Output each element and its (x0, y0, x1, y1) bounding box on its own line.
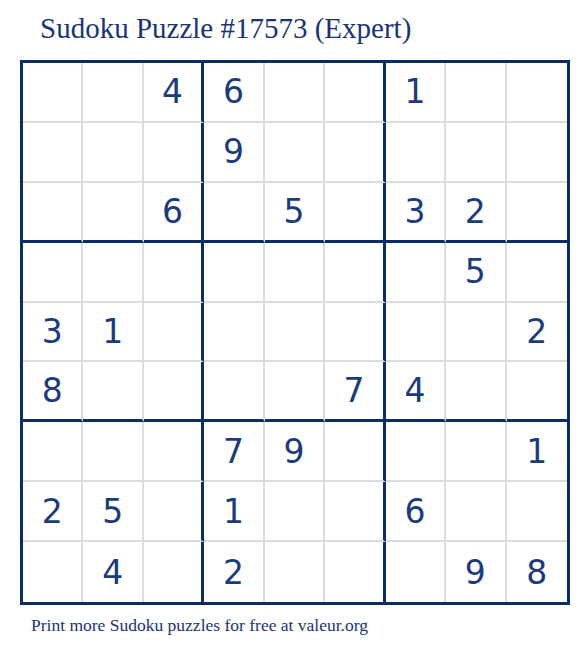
footer-text: Print more Sudoku puzzles for free at va… (31, 615, 368, 636)
cell-r4c3 (144, 243, 204, 303)
cell-r7c9: 1 (507, 422, 567, 482)
cell-r7c4: 7 (204, 422, 264, 482)
cell-r8c5 (265, 482, 325, 542)
cell-r7c1 (23, 422, 83, 482)
cell-r3c4 (204, 183, 264, 243)
cell-r9c1 (23, 542, 83, 602)
cell-r2c7 (386, 123, 446, 183)
cell-r8c1: 2 (23, 482, 83, 542)
cell-r5c8 (446, 303, 506, 363)
cell-r2c8 (446, 123, 506, 183)
sudoku-board: 46196532531287479125164298 (20, 60, 570, 605)
cell-r3c2 (83, 183, 143, 243)
cell-r8c3 (144, 482, 204, 542)
cell-r7c2 (83, 422, 143, 482)
cell-r2c5 (265, 123, 325, 183)
cell-r4c9 (507, 243, 567, 303)
cell-r7c8 (446, 422, 506, 482)
cell-r9c4: 2 (204, 542, 264, 602)
cell-r8c9 (507, 482, 567, 542)
cell-r8c4: 1 (204, 482, 264, 542)
cell-r6c5 (265, 362, 325, 422)
sudoku-page: Sudoku Puzzle #17573 (Expert) 4619653253… (0, 0, 580, 651)
cell-r4c7 (386, 243, 446, 303)
cell-r2c9 (507, 123, 567, 183)
cell-r9c2: 4 (83, 542, 143, 602)
cell-r7c6 (325, 422, 385, 482)
cell-r4c2 (83, 243, 143, 303)
cell-r7c3 (144, 422, 204, 482)
cell-r8c8 (446, 482, 506, 542)
cell-r8c2: 5 (83, 482, 143, 542)
cell-r6c9 (507, 362, 567, 422)
cell-r9c7 (386, 542, 446, 602)
cell-r4c1 (23, 243, 83, 303)
cell-r2c1 (23, 123, 83, 183)
cell-r2c6 (325, 123, 385, 183)
cell-r6c3 (144, 362, 204, 422)
cell-r6c1: 8 (23, 362, 83, 422)
cell-r3c3: 6 (144, 183, 204, 243)
cell-r4c8: 5 (446, 243, 506, 303)
cell-r8c7: 6 (386, 482, 446, 542)
cell-r4c6 (325, 243, 385, 303)
cell-r6c4 (204, 362, 264, 422)
cell-r1c1 (23, 63, 83, 123)
cell-r5c9: 2 (507, 303, 567, 363)
cell-r6c7: 4 (386, 362, 446, 422)
cell-r2c2 (83, 123, 143, 183)
cell-r5c5 (265, 303, 325, 363)
cell-r3c6 (325, 183, 385, 243)
cell-r6c8 (446, 362, 506, 422)
cell-r1c6 (325, 63, 385, 123)
cell-r5c6 (325, 303, 385, 363)
cell-r8c6 (325, 482, 385, 542)
cell-r5c1: 3 (23, 303, 83, 363)
cell-r9c5 (265, 542, 325, 602)
cell-r2c3 (144, 123, 204, 183)
cell-r9c8: 9 (446, 542, 506, 602)
cell-r1c3: 4 (144, 63, 204, 123)
cell-r9c3 (144, 542, 204, 602)
cell-r7c5: 9 (265, 422, 325, 482)
cell-r5c3 (144, 303, 204, 363)
cell-r4c5 (265, 243, 325, 303)
cell-r3c1 (23, 183, 83, 243)
cell-r4c4 (204, 243, 264, 303)
cell-r6c6: 7 (325, 362, 385, 422)
cell-r5c7 (386, 303, 446, 363)
cell-r3c8: 2 (446, 183, 506, 243)
cell-r3c7: 3 (386, 183, 446, 243)
cell-r1c7: 1 (386, 63, 446, 123)
cell-r5c4 (204, 303, 264, 363)
cell-r2c4: 9 (204, 123, 264, 183)
cell-r3c9 (507, 183, 567, 243)
cell-r1c9 (507, 63, 567, 123)
cell-r5c2: 1 (83, 303, 143, 363)
cell-r9c9: 8 (507, 542, 567, 602)
page-title: Sudoku Puzzle #17573 (Expert) (40, 12, 411, 45)
cell-r1c8 (446, 63, 506, 123)
cell-r7c7 (386, 422, 446, 482)
cell-r9c6 (325, 542, 385, 602)
cell-r1c2 (83, 63, 143, 123)
cell-r6c2 (83, 362, 143, 422)
cell-r1c4: 6 (204, 63, 264, 123)
cell-r1c5 (265, 63, 325, 123)
cell-r3c5: 5 (265, 183, 325, 243)
